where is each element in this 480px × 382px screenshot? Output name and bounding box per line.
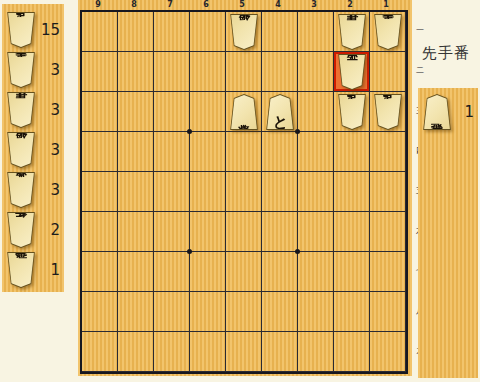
square-4-7[interactable] [262, 252, 298, 292]
square-4-6[interactable] [262, 212, 298, 252]
koma-face: 香車 [374, 15, 402, 49]
koma-body: 桂馬 [6, 92, 36, 128]
gote-captured-pieces-tray: 歩兵15香車3桂馬3銀将3金将3角行2飛車1 [2, 4, 64, 292]
hand-count-lance: 3 [36, 61, 64, 79]
hand-item-rook: 飛車1 [2, 250, 64, 290]
koma-pawn-gote[interactable]: 歩兵 [373, 94, 403, 130]
koma-face: 銀将 [7, 133, 35, 167]
square-3-2[interactable] [298, 52, 334, 92]
koma-face: 桂馬 [338, 15, 366, 49]
hand-count-silver: 3 [36, 141, 64, 159]
shogi-board: 銀将桂馬香車王将金将と歩兵歩兵 [80, 10, 408, 374]
square-8-1[interactable] [118, 12, 154, 52]
star-point [187, 249, 192, 254]
square-7-7[interactable] [154, 252, 190, 292]
square-5-9[interactable] [226, 332, 262, 372]
square-2-6[interactable] [334, 212, 370, 252]
shogi-diagram-page: { "game": "shogi", "diagram_type": "tsum… [0, 0, 480, 382]
square-4-2[interactable] [262, 52, 298, 92]
square-6-9[interactable] [190, 332, 226, 372]
koma-body: 金将 [229, 94, 259, 130]
square-2-4[interactable] [334, 132, 370, 172]
square-5-7[interactable] [226, 252, 262, 292]
square-9-6[interactable] [82, 212, 118, 252]
square-6-5[interactable] [190, 172, 226, 212]
koma-face: 銀将 [230, 15, 258, 49]
square-9-2[interactable] [82, 52, 118, 92]
square-3-6[interactable] [298, 212, 334, 252]
koma-body: 金将 [6, 172, 36, 208]
square-8-8[interactable] [118, 292, 154, 332]
koma-face: 香車 [7, 53, 35, 87]
square-7-5[interactable] [154, 172, 190, 212]
square-5-4[interactable] [226, 132, 262, 172]
square-7-3[interactable] [154, 92, 190, 132]
square-2-5[interactable] [334, 172, 370, 212]
square-6-7[interactable] [190, 252, 226, 292]
square-6-2[interactable] [190, 52, 226, 92]
koma-face: 歩兵 [7, 13, 35, 47]
koma-silver-gote[interactable]: 銀将 [229, 14, 259, 50]
square-6-6[interactable] [190, 212, 226, 252]
square-3-8[interactable] [298, 292, 334, 332]
square-1-4[interactable] [370, 132, 406, 172]
koma-body: 桂馬 [337, 14, 367, 50]
square-7-6[interactable] [154, 212, 190, 252]
hand-count-bishop: 2 [36, 221, 64, 239]
square-3-1[interactable] [298, 12, 334, 52]
hand-count-gold: 3 [36, 181, 64, 199]
square-6-4[interactable] [190, 132, 226, 172]
square-1-8[interactable] [370, 292, 406, 332]
koma-body: 香車 [6, 52, 36, 88]
file-label-7: 7 [152, 0, 188, 10]
shogi-board-panel: 987654321 銀将桂馬香車王将金将と歩兵歩兵 [78, 0, 412, 376]
koma-body: 角行 [6, 212, 36, 248]
square-9-1[interactable] [82, 12, 118, 52]
koma-king-gote[interactable]: 王将 [337, 54, 367, 90]
hand-item-lance: 香車3 [2, 50, 64, 90]
star-point [187, 129, 192, 134]
hand-count-knight: 3 [36, 101, 64, 119]
square-9-9[interactable] [82, 332, 118, 372]
square-4-5[interactable] [262, 172, 298, 212]
square-8-7[interactable] [118, 252, 154, 292]
hand-count-rook: 1 [36, 261, 64, 279]
square-2-7[interactable] [334, 252, 370, 292]
square-3-4[interactable] [298, 132, 334, 172]
square-7-8[interactable] [154, 292, 190, 332]
square-5-2[interactable] [226, 52, 262, 92]
koma-silver-gote[interactable]: 銀将 [6, 132, 36, 168]
square-8-5[interactable] [118, 172, 154, 212]
file-label-3: 3 [296, 0, 332, 10]
square-7-1[interactable] [154, 12, 190, 52]
koma-face: と [266, 95, 294, 129]
koma-body: と [265, 94, 295, 130]
square-1-6[interactable] [370, 212, 406, 252]
square-3-9[interactable] [298, 332, 334, 372]
hand-item-bishop: 角行2 [2, 210, 64, 250]
koma-body: 歩兵 [337, 94, 367, 130]
square-2-8[interactable] [334, 292, 370, 332]
hand-item-silver: 銀将3 [2, 130, 64, 170]
square-6-3[interactable] [190, 92, 226, 132]
square-1-5[interactable] [370, 172, 406, 212]
sente-captured-pieces-tray: 飛車1 [418, 88, 478, 378]
koma-face: 桂馬 [7, 93, 35, 127]
file-label-9: 9 [80, 0, 116, 10]
koma-rook-gote[interactable]: 飛車 [6, 252, 36, 288]
square-8-6[interactable] [118, 212, 154, 252]
square-5-8[interactable] [226, 292, 262, 332]
koma-kanji: と [273, 105, 288, 122]
koma-face: 金将 [230, 95, 258, 129]
file-label-1: 1 [368, 0, 404, 10]
square-6-8[interactable] [190, 292, 226, 332]
square-1-7[interactable] [370, 252, 406, 292]
koma-face: 角行 [7, 213, 35, 247]
koma-face: 歩兵 [338, 95, 366, 129]
file-label-8: 8 [116, 0, 152, 10]
square-5-6[interactable] [226, 212, 262, 252]
square-7-9[interactable] [154, 332, 190, 372]
square-1-9[interactable] [370, 332, 406, 372]
square-6-1[interactable] [190, 12, 226, 52]
koma-rook-sente[interactable]: 飛車 [422, 94, 452, 130]
koma-face: 歩兵 [374, 95, 402, 129]
koma-body: 飛車 [422, 94, 452, 130]
star-point [295, 249, 300, 254]
square-3-7[interactable] [298, 252, 334, 292]
file-label-5: 5 [224, 0, 260, 10]
koma-lance-gote[interactable]: 香車 [6, 52, 36, 88]
file-label-2: 2 [332, 0, 368, 10]
koma-bishop-gote[interactable]: 角行 [6, 212, 36, 248]
square-4-1[interactable] [262, 12, 298, 52]
star-point [295, 129, 300, 134]
koma-face: 飛車 [7, 253, 35, 287]
koma-body: 歩兵 [6, 12, 36, 48]
file-label-4: 4 [260, 0, 296, 10]
koma-body: 銀将 [229, 14, 259, 50]
koma-face: 王将 [338, 55, 366, 89]
koma-face: 金将 [7, 173, 35, 207]
koma-body: 歩兵 [373, 94, 403, 130]
square-1-2[interactable] [370, 52, 406, 92]
square-2-9[interactable] [334, 332, 370, 372]
koma-knight-gote[interactable]: 桂馬 [337, 14, 367, 50]
koma-pawn-gote[interactable]: 歩兵 [337, 94, 367, 130]
square-9-7[interactable] [82, 252, 118, 292]
koma-gold-sente[interactable]: 金将 [229, 94, 259, 130]
hand-item-gold: 金将3 [2, 170, 64, 210]
hand-count-rook: 1 [452, 103, 478, 121]
square-8-3[interactable] [118, 92, 154, 132]
square-8-4[interactable] [118, 132, 154, 172]
square-9-5[interactable] [82, 172, 118, 212]
koma-body: 飛車 [6, 252, 36, 288]
square-5-5[interactable] [226, 172, 262, 212]
koma-gold-gote[interactable]: 金将 [6, 172, 36, 208]
square-3-3[interactable] [298, 92, 334, 132]
file-label-6: 6 [188, 0, 224, 10]
square-7-4[interactable] [154, 132, 190, 172]
square-9-4[interactable] [82, 132, 118, 172]
hand-item-knight: 桂馬3 [2, 90, 64, 130]
square-8-9[interactable] [118, 332, 154, 372]
square-4-4[interactable] [262, 132, 298, 172]
turn-indicator-label: 先手番 [422, 44, 470, 63]
koma-body: 銀将 [6, 132, 36, 168]
square-7-2[interactable] [154, 52, 190, 92]
koma-pawn-gote[interactable]: 歩兵 [6, 12, 36, 48]
square-8-2[interactable] [118, 52, 154, 92]
square-3-5[interactable] [298, 172, 334, 212]
koma-tokin-sente[interactable]: と [265, 94, 295, 130]
file-labels: 987654321 [80, 0, 404, 10]
hand-item-rook: 飛車1 [418, 92, 478, 132]
koma-body: 王将 [337, 54, 367, 90]
koma-body: 香車 [373, 14, 403, 50]
square-4-8[interactable] [262, 292, 298, 332]
hand-count-pawn: 15 [36, 21, 64, 39]
koma-lance-gote[interactable]: 香車 [373, 14, 403, 50]
square-9-8[interactable] [82, 292, 118, 332]
koma-face: 飛車 [423, 95, 451, 129]
koma-knight-gote[interactable]: 桂馬 [6, 92, 36, 128]
square-9-3[interactable] [82, 92, 118, 132]
hand-item-pawn: 歩兵15 [2, 10, 64, 50]
square-4-9[interactable] [262, 332, 298, 372]
